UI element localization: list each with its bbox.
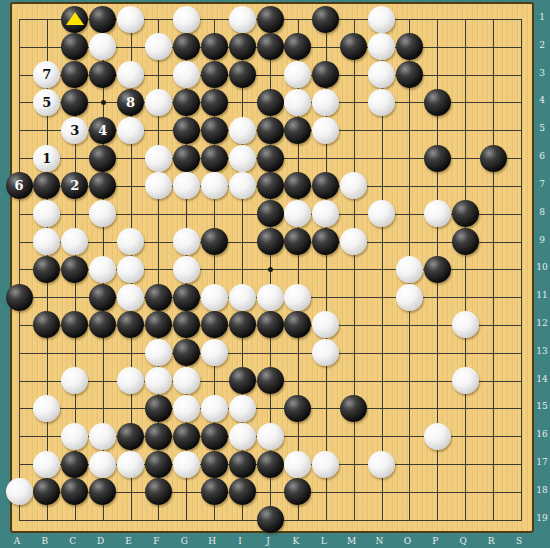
black-stone-K9[interactable] (284, 228, 311, 255)
column-label-C: C (65, 535, 81, 547)
white-stone-A18[interactable] (6, 478, 33, 505)
column-label-I: I (232, 535, 248, 547)
white-stone-L12[interactable] (312, 311, 339, 338)
move-number-label: 4 (98, 124, 107, 137)
black-stone-G16[interactable] (173, 423, 200, 450)
black-stone-C2[interactable] (61, 33, 88, 60)
row-label-15: 15 (534, 400, 550, 412)
white-stone-N4[interactable] (368, 89, 395, 116)
column-label-B: B (37, 535, 53, 547)
black-stone-C17[interactable] (61, 451, 88, 478)
white-stone-M9[interactable] (340, 228, 367, 255)
white-stone-G17[interactable] (173, 451, 200, 478)
black-stone-H16[interactable] (201, 423, 228, 450)
black-stone-D1[interactable] (89, 6, 116, 33)
white-stone-N1[interactable] (368, 6, 395, 33)
black-stone-K5[interactable] (284, 117, 311, 144)
black-stone-Q9[interactable] (452, 228, 479, 255)
white-stone-C14[interactable] (61, 367, 88, 394)
white-stone-N3[interactable] (368, 61, 395, 88)
row-label-11: 11 (534, 289, 550, 301)
black-stone-F11[interactable] (145, 284, 172, 311)
black-stone-J12[interactable] (257, 311, 284, 338)
black-stone-B12[interactable] (33, 311, 60, 338)
white-stone-E11[interactable] (117, 284, 144, 311)
white-stone-D8[interactable] (89, 200, 116, 227)
white-stone-G10[interactable] (173, 256, 200, 283)
white-stone-J11[interactable] (257, 284, 284, 311)
row-label-10: 10 (534, 261, 550, 273)
white-stone-I1[interactable] (229, 6, 256, 33)
white-stone-B4[interactable]: 5 (33, 89, 60, 116)
white-stone-C5[interactable]: 3 (61, 117, 88, 144)
black-stone-J9[interactable] (257, 228, 284, 255)
column-label-G: G (176, 535, 192, 547)
white-stone-B3[interactable]: 7 (33, 61, 60, 88)
column-label-H: H (204, 535, 220, 547)
triangle-marker (66, 12, 84, 25)
grid-line (465, 19, 466, 521)
white-stone-B15[interactable] (33, 395, 60, 422)
black-stone-H12[interactable] (201, 311, 228, 338)
row-label-8: 8 (534, 206, 550, 218)
white-stone-C16[interactable] (61, 423, 88, 450)
white-stone-L17[interactable] (312, 451, 339, 478)
black-stone-H4[interactable] (201, 89, 228, 116)
white-stone-Q14[interactable] (452, 367, 479, 394)
white-stone-I6[interactable] (229, 145, 256, 172)
black-stone-H3[interactable] (201, 61, 228, 88)
black-stone-B7[interactable] (33, 172, 60, 199)
black-stone-L9[interactable] (312, 228, 339, 255)
black-stone-D3[interactable] (89, 61, 116, 88)
white-stone-L4[interactable] (312, 89, 339, 116)
column-label-L: L (316, 535, 332, 547)
white-stone-F14[interactable] (145, 367, 172, 394)
black-stone-J5[interactable] (257, 117, 284, 144)
black-stone-I2[interactable] (229, 33, 256, 60)
move-number-label: 5 (42, 96, 51, 109)
white-stone-I11[interactable] (229, 284, 256, 311)
white-stone-I7[interactable] (229, 172, 256, 199)
black-stone-P4[interactable] (424, 89, 451, 116)
black-stone-E16[interactable] (117, 423, 144, 450)
star-point (101, 100, 106, 105)
black-stone-B10[interactable] (33, 256, 60, 283)
column-label-R: R (483, 535, 499, 547)
white-stone-D17[interactable] (89, 451, 116, 478)
white-stone-H13[interactable] (201, 339, 228, 366)
black-stone-A11[interactable] (6, 284, 33, 311)
black-stone-B18[interactable] (33, 478, 60, 505)
white-stone-G7[interactable] (173, 172, 200, 199)
grid-line (493, 19, 494, 521)
black-stone-I12[interactable] (229, 311, 256, 338)
white-stone-O11[interactable] (396, 284, 423, 311)
black-stone-F17[interactable] (145, 451, 172, 478)
black-stone-G4[interactable] (173, 89, 200, 116)
black-stone-J2[interactable] (257, 33, 284, 60)
black-stone-H5[interactable] (201, 117, 228, 144)
white-stone-P8[interactable] (424, 200, 451, 227)
black-stone-P10[interactable] (424, 256, 451, 283)
black-stone-F12[interactable] (145, 311, 172, 338)
black-stone-C10[interactable] (61, 256, 88, 283)
move-number-label: 1 (42, 152, 51, 165)
black-stone-C12[interactable] (61, 311, 88, 338)
column-label-S: S (511, 535, 527, 547)
white-stone-C9[interactable] (61, 228, 88, 255)
row-label-9: 9 (534, 234, 550, 246)
black-stone-M15[interactable] (340, 395, 367, 422)
move-number-label: 2 (70, 179, 79, 192)
white-stone-G1[interactable] (173, 6, 200, 33)
white-stone-G14[interactable] (173, 367, 200, 394)
black-stone-H2[interactable] (201, 33, 228, 60)
column-label-M: M (344, 535, 360, 547)
white-stone-B6[interactable]: 1 (33, 145, 60, 172)
black-stone-K18[interactable] (284, 478, 311, 505)
white-stone-L13[interactable] (312, 339, 339, 366)
white-stone-E17[interactable] (117, 451, 144, 478)
white-stone-E9[interactable] (117, 228, 144, 255)
black-stone-C3[interactable] (61, 61, 88, 88)
row-label-5: 5 (534, 122, 550, 134)
white-stone-K4[interactable] (284, 89, 311, 116)
black-stone-D18[interactable] (89, 478, 116, 505)
black-stone-F18[interactable] (145, 478, 172, 505)
move-number-label: 6 (14, 179, 23, 192)
white-stone-L5[interactable] (312, 117, 339, 144)
white-stone-F6[interactable] (145, 145, 172, 172)
black-stone-P6[interactable] (424, 145, 451, 172)
black-stone-D5[interactable]: 4 (89, 117, 116, 144)
black-stone-O2[interactable] (396, 33, 423, 60)
row-label-19: 19 (534, 512, 550, 524)
black-stone-G2[interactable] (173, 33, 200, 60)
black-stone-I18[interactable] (229, 478, 256, 505)
white-stone-F4[interactable] (145, 89, 172, 116)
column-label-F: F (148, 535, 164, 547)
black-stone-G12[interactable] (173, 311, 200, 338)
white-stone-I16[interactable] (229, 423, 256, 450)
row-label-14: 14 (534, 373, 550, 385)
black-stone-F15[interactable] (145, 395, 172, 422)
black-stone-A7[interactable]: 6 (6, 172, 33, 199)
white-stone-K8[interactable] (284, 200, 311, 227)
white-stone-B9[interactable] (33, 228, 60, 255)
white-stone-I5[interactable] (229, 117, 256, 144)
white-stone-P16[interactable] (424, 423, 451, 450)
black-stone-J17[interactable] (257, 451, 284, 478)
white-stone-Q12[interactable] (452, 311, 479, 338)
black-stone-E4[interactable]: 8 (117, 89, 144, 116)
white-stone-I15[interactable] (229, 395, 256, 422)
column-label-N: N (372, 535, 388, 547)
black-stone-H18[interactable] (201, 478, 228, 505)
white-stone-F13[interactable] (145, 339, 172, 366)
black-stone-H9[interactable] (201, 228, 228, 255)
white-stone-N17[interactable] (368, 451, 395, 478)
black-stone-M2[interactable] (340, 33, 367, 60)
black-stone-H17[interactable] (201, 451, 228, 478)
grid-line (521, 19, 522, 521)
white-stone-M7[interactable] (340, 172, 367, 199)
white-stone-D2[interactable] (89, 33, 116, 60)
white-stone-E1[interactable] (117, 6, 144, 33)
move-number-label: 8 (126, 96, 135, 109)
black-stone-L1[interactable] (312, 6, 339, 33)
column-label-D: D (93, 535, 109, 547)
row-label-3: 3 (534, 67, 550, 79)
black-stone-G11[interactable] (173, 284, 200, 311)
row-label-17: 17 (534, 456, 550, 468)
black-stone-K15[interactable] (284, 395, 311, 422)
go-board: 84627531 (10, 2, 534, 533)
grid-line (19, 408, 522, 409)
black-stone-J4[interactable] (257, 89, 284, 116)
black-stone-J7[interactable] (257, 172, 284, 199)
white-stone-G9[interactable] (173, 228, 200, 255)
column-label-Q: Q (455, 535, 471, 547)
row-label-18: 18 (534, 484, 550, 496)
black-stone-D11[interactable] (89, 284, 116, 311)
black-stone-D7[interactable] (89, 172, 116, 199)
black-stone-C4[interactable] (61, 89, 88, 116)
white-stone-K3[interactable] (284, 61, 311, 88)
white-stone-H11[interactable] (201, 284, 228, 311)
white-stone-H15[interactable] (201, 395, 228, 422)
black-stone-D12[interactable] (89, 311, 116, 338)
row-label-6: 6 (534, 150, 550, 162)
move-number-label: 3 (70, 124, 79, 137)
column-label-J: J (260, 535, 276, 547)
black-stone-K2[interactable] (284, 33, 311, 60)
column-label-O: O (399, 535, 415, 547)
white-stone-E3[interactable] (117, 61, 144, 88)
black-stone-I3[interactable] (229, 61, 256, 88)
star-point (268, 267, 273, 272)
row-label-1: 1 (534, 11, 550, 23)
white-stone-G3[interactable] (173, 61, 200, 88)
white-stone-B8[interactable] (33, 200, 60, 227)
white-stone-F7[interactable] (145, 172, 172, 199)
black-stone-L7[interactable] (312, 172, 339, 199)
white-stone-E5[interactable] (117, 117, 144, 144)
black-stone-K7[interactable] (284, 172, 311, 199)
grid-line (354, 19, 355, 521)
row-label-7: 7 (534, 178, 550, 190)
black-stone-E12[interactable] (117, 311, 144, 338)
row-label-16: 16 (534, 428, 550, 440)
column-label-K: K (288, 535, 304, 547)
black-stone-J14[interactable] (257, 367, 284, 394)
white-stone-N2[interactable] (368, 33, 395, 60)
column-label-E: E (121, 535, 137, 547)
black-stone-G5[interactable] (173, 117, 200, 144)
row-label-13: 13 (534, 345, 550, 357)
white-stone-K11[interactable] (284, 284, 311, 311)
white-stone-H7[interactable] (201, 172, 228, 199)
black-stone-F16[interactable] (145, 423, 172, 450)
white-stone-D10[interactable] (89, 256, 116, 283)
black-stone-C7[interactable]: 2 (61, 172, 88, 199)
black-stone-R6[interactable] (480, 145, 507, 172)
black-stone-O3[interactable] (396, 61, 423, 88)
column-label-A: A (9, 535, 25, 547)
black-stone-J6[interactable] (257, 145, 284, 172)
column-label-P: P (427, 535, 443, 547)
black-stone-J1[interactable] (257, 6, 284, 33)
black-stone-J19[interactable] (257, 506, 284, 533)
row-label-2: 2 (534, 39, 550, 51)
white-stone-N8[interactable] (368, 200, 395, 227)
white-stone-L8[interactable] (312, 200, 339, 227)
white-stone-J16[interactable] (257, 423, 284, 450)
black-stone-H6[interactable] (201, 145, 228, 172)
black-stone-I17[interactable] (229, 451, 256, 478)
row-label-4: 4 (534, 94, 550, 106)
row-label-12: 12 (534, 317, 550, 329)
white-stone-O10[interactable] (396, 256, 423, 283)
black-stone-L3[interactable] (312, 61, 339, 88)
black-stone-G6[interactable] (173, 145, 200, 172)
black-stone-Q8[interactable] (452, 200, 479, 227)
white-stone-G15[interactable] (173, 395, 200, 422)
black-stone-D6[interactable] (89, 145, 116, 172)
black-stone-C18[interactable] (61, 478, 88, 505)
white-stone-K17[interactable] (284, 451, 311, 478)
white-stone-E14[interactable] (117, 367, 144, 394)
white-stone-F2[interactable] (145, 33, 172, 60)
black-stone-J8[interactable] (257, 200, 284, 227)
move-number-label: 7 (42, 68, 51, 81)
black-stone-I14[interactable] (229, 367, 256, 394)
grid-line (19, 353, 522, 354)
black-stone-K12[interactable] (284, 311, 311, 338)
black-stone-G13[interactable] (173, 339, 200, 366)
white-stone-B17[interactable] (33, 451, 60, 478)
goban-window: 84627531 ABCDEFGHIJKLMNOPQRS123456789101… (0, 0, 550, 548)
white-stone-E10[interactable] (117, 256, 144, 283)
white-stone-D16[interactable] (89, 423, 116, 450)
